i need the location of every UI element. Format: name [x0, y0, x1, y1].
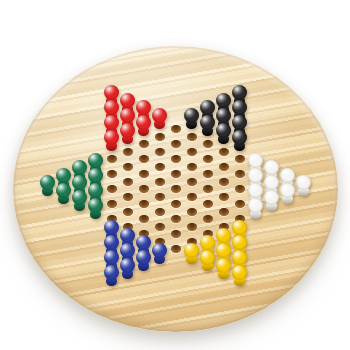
hole-icon	[171, 170, 181, 178]
board-column	[88, 86, 104, 292]
empty-hole[interactable]	[136, 167, 152, 182]
empty-hole[interactable]	[136, 212, 152, 227]
green-peg-figure	[72, 190, 87, 211]
empty-hole[interactable]	[184, 204, 200, 219]
hole-icon	[203, 185, 213, 193]
red-peg-figure	[152, 108, 167, 129]
hole-icon	[187, 163, 197, 171]
empty-hole[interactable]	[168, 212, 184, 227]
empty-hole[interactable]	[184, 144, 200, 159]
peg-head	[200, 235, 215, 250]
peg-head	[104, 130, 119, 145]
hole-icon	[203, 140, 213, 148]
empty-hole[interactable]	[184, 174, 200, 189]
empty-hole[interactable]	[152, 189, 168, 204]
empty-hole[interactable]	[136, 182, 152, 197]
hole-icon	[155, 223, 165, 231]
hole-icon	[123, 193, 133, 201]
empty-hole[interactable]	[232, 167, 248, 182]
peg-yellow[interactable]	[184, 249, 200, 264]
peg-head	[216, 93, 231, 108]
blue-peg-figure	[120, 258, 135, 279]
peg-head	[296, 175, 311, 190]
hole-icon	[203, 215, 213, 223]
peg-head	[56, 168, 71, 183]
peg-head	[184, 108, 199, 123]
peg-head	[200, 100, 215, 115]
empty-hole[interactable]	[152, 129, 168, 144]
hole-icon	[171, 230, 181, 238]
black-peg-figure	[200, 115, 215, 136]
empty-hole[interactable]	[168, 227, 184, 242]
empty-hole[interactable]	[152, 174, 168, 189]
peg-head	[280, 183, 295, 198]
hole-icon	[187, 148, 197, 156]
empty-hole[interactable]	[168, 182, 184, 197]
peg-head	[120, 258, 135, 273]
blue-peg-figure	[104, 265, 119, 286]
hole-icon	[187, 193, 197, 201]
hole-icon	[123, 178, 133, 186]
board-column	[296, 86, 312, 292]
peg-head	[88, 153, 103, 168]
peg-head	[72, 175, 87, 190]
empty-hole[interactable]	[216, 204, 232, 219]
hole-icon	[171, 245, 181, 253]
hole-icon	[219, 208, 229, 216]
white-peg-figure	[280, 183, 295, 204]
hole-icon	[107, 185, 117, 193]
empty-hole[interactable]	[232, 152, 248, 167]
peg-head	[232, 100, 247, 115]
hole-icon	[187, 178, 197, 186]
peg-black[interactable]	[184, 114, 200, 129]
peg-head	[88, 198, 103, 213]
yellow-peg-figure	[200, 250, 215, 271]
empty-hole[interactable]	[200, 212, 216, 227]
empty-hole[interactable]	[104, 182, 120, 197]
peg-red[interactable]	[152, 114, 168, 129]
peg-black[interactable]	[216, 129, 232, 144]
peg-head	[136, 250, 151, 265]
empty-hole[interactable]	[232, 197, 248, 212]
peg-green[interactable]	[72, 197, 88, 212]
empty-hole[interactable]	[104, 197, 120, 212]
hole-icon	[155, 148, 165, 156]
peg-head	[216, 108, 231, 123]
peg-head	[120, 123, 135, 138]
hole-icon	[123, 208, 133, 216]
empty-hole[interactable]	[216, 159, 232, 174]
hole-icon	[155, 208, 165, 216]
hole-icon	[171, 185, 181, 193]
empty-hole[interactable]	[120, 144, 136, 159]
peg-white[interactable]	[264, 197, 280, 212]
white-peg-figure	[296, 175, 311, 196]
peg-head	[104, 85, 119, 100]
chinese-checkers-board	[13, 46, 338, 332]
hole-icon	[219, 193, 229, 201]
peg-head	[56, 183, 71, 198]
hole-icon	[107, 170, 117, 178]
peg-yellow[interactable]	[200, 257, 216, 272]
board-column	[56, 86, 72, 292]
peg-white[interactable]	[296, 182, 312, 197]
empty-hole[interactable]	[120, 174, 136, 189]
hole-icon	[219, 163, 229, 171]
hole-icon	[203, 200, 213, 208]
board-column	[216, 86, 232, 292]
empty-hole[interactable]	[120, 189, 136, 204]
empty-hole[interactable]	[184, 219, 200, 234]
empty-hole[interactable]	[168, 152, 184, 167]
peg-head	[248, 183, 263, 198]
peg-head	[104, 235, 119, 250]
empty-hole[interactable]	[184, 159, 200, 174]
hole-icon	[171, 200, 181, 208]
peg-black[interactable]	[232, 137, 248, 152]
hole-icon	[187, 133, 197, 141]
hole-icon	[139, 155, 149, 163]
black-peg-figure	[216, 123, 231, 144]
board-column	[40, 86, 56, 292]
peg-head	[264, 160, 279, 175]
peg-white[interactable]	[280, 189, 296, 204]
board-column	[232, 86, 248, 292]
empty-hole[interactable]	[200, 182, 216, 197]
peg-head	[216, 258, 231, 273]
peg-red[interactable]	[120, 129, 136, 144]
empty-hole[interactable]	[136, 197, 152, 212]
peg-head	[216, 228, 231, 243]
red-peg-figure	[120, 123, 135, 144]
hole-icon	[139, 170, 149, 178]
empty-hole[interactable]	[216, 189, 232, 204]
empty-hole[interactable]	[232, 182, 248, 197]
hole-icon	[171, 125, 181, 133]
peg-head	[120, 243, 135, 258]
peg-blue[interactable]	[152, 249, 168, 264]
peg-head	[120, 228, 135, 243]
peg-head	[200, 115, 215, 130]
peg-head	[184, 243, 199, 258]
peg-head	[232, 130, 247, 145]
star-grid	[40, 86, 312, 292]
board-column	[184, 86, 200, 292]
peg-head	[232, 235, 247, 250]
blue-peg-figure	[152, 243, 167, 264]
peg-head	[104, 220, 119, 235]
hole-icon	[107, 200, 117, 208]
empty-hole[interactable]	[168, 167, 184, 182]
empty-hole[interactable]	[152, 204, 168, 219]
hole-icon	[155, 193, 165, 201]
hole-icon	[235, 200, 245, 208]
hole-icon	[107, 155, 117, 163]
peg-head	[88, 168, 103, 183]
empty-hole[interactable]	[216, 174, 232, 189]
black-peg-figure	[184, 108, 199, 129]
empty-hole[interactable]	[168, 137, 184, 152]
board-column	[248, 86, 264, 292]
empty-hole[interactable]	[104, 152, 120, 167]
empty-hole[interactable]	[168, 197, 184, 212]
peg-head	[120, 108, 135, 123]
peg-green[interactable]	[56, 189, 72, 204]
peg-head	[136, 100, 151, 115]
board-column	[72, 86, 88, 292]
peg-red[interactable]	[104, 137, 120, 152]
peg-yellow[interactable]	[232, 272, 248, 287]
peg-head	[264, 190, 279, 205]
empty-hole[interactable]	[168, 122, 184, 137]
hole-icon	[235, 170, 245, 178]
white-peg-figure	[264, 190, 279, 211]
red-peg-figure	[136, 115, 151, 136]
empty-hole[interactable]	[104, 167, 120, 182]
peg-head	[104, 265, 119, 280]
empty-hole[interactable]	[200, 152, 216, 167]
hole-icon	[155, 163, 165, 171]
empty-hole[interactable]	[216, 144, 232, 159]
peg-head	[248, 153, 263, 168]
peg-white[interactable]	[248, 204, 264, 219]
peg-head	[216, 123, 231, 138]
peg-red[interactable]	[136, 122, 152, 137]
green-peg-figure	[88, 198, 103, 219]
empty-hole[interactable]	[200, 137, 216, 152]
hole-icon	[235, 185, 245, 193]
hole-icon	[235, 155, 245, 163]
hole-icon	[171, 215, 181, 223]
board-column	[120, 86, 136, 292]
board-column	[168, 86, 184, 292]
black-peg-figure	[232, 130, 247, 151]
peg-head	[232, 220, 247, 235]
peg-head	[152, 108, 167, 123]
hole-icon	[203, 155, 213, 163]
hole-icon	[139, 140, 149, 148]
peg-head	[216, 243, 231, 258]
hole-icon	[187, 208, 197, 216]
hole-icon	[155, 178, 165, 186]
hole-icon	[139, 200, 149, 208]
peg-blue[interactable]	[104, 272, 120, 287]
hole-icon	[139, 215, 149, 223]
hole-icon	[219, 178, 229, 186]
board-column	[280, 86, 296, 292]
peg-head	[200, 250, 215, 265]
empty-hole[interactable]	[168, 242, 184, 257]
peg-head	[248, 198, 263, 213]
hole-icon	[171, 155, 181, 163]
peg-black[interactable]	[200, 122, 216, 137]
hole-icon	[139, 185, 149, 193]
peg-head	[72, 190, 87, 205]
hole-icon	[219, 148, 229, 156]
yellow-peg-figure	[232, 265, 247, 286]
peg-blue[interactable]	[136, 257, 152, 272]
green-peg-figure	[40, 175, 55, 196]
peg-head	[40, 175, 55, 190]
empty-hole[interactable]	[200, 167, 216, 182]
yellow-peg-figure	[184, 243, 199, 264]
hole-icon	[187, 223, 197, 231]
hole-icon	[123, 163, 133, 171]
peg-head	[104, 115, 119, 130]
peg-head	[136, 235, 151, 250]
empty-hole[interactable]	[136, 152, 152, 167]
scene	[0, 0, 350, 350]
peg-blue[interactable]	[120, 264, 136, 279]
board-column	[200, 86, 216, 292]
red-peg-figure	[104, 130, 119, 151]
empty-hole[interactable]	[184, 189, 200, 204]
empty-hole[interactable]	[152, 144, 168, 159]
peg-head	[88, 183, 103, 198]
green-peg-figure	[56, 183, 71, 204]
peg-head	[248, 168, 263, 183]
empty-hole[interactable]	[152, 219, 168, 234]
peg-head	[104, 100, 119, 115]
hole-icon	[203, 170, 213, 178]
peg-head	[104, 250, 119, 265]
yellow-peg-figure	[216, 258, 231, 279]
peg-green[interactable]	[40, 182, 56, 197]
empty-hole[interactable]	[120, 204, 136, 219]
board-column	[264, 86, 280, 292]
hole-icon	[171, 140, 181, 148]
blue-peg-figure	[136, 250, 151, 271]
hole-icon	[155, 133, 165, 141]
peg-head	[72, 160, 87, 175]
peg-green[interactable]	[88, 204, 104, 219]
empty-hole[interactable]	[136, 137, 152, 152]
empty-hole[interactable]	[184, 129, 200, 144]
empty-hole[interactable]	[200, 197, 216, 212]
board-column	[104, 86, 120, 292]
empty-hole[interactable]	[152, 159, 168, 174]
peg-head	[232, 265, 247, 280]
empty-hole[interactable]	[120, 159, 136, 174]
white-peg-figure	[248, 198, 263, 219]
peg-head	[232, 85, 247, 100]
peg-head	[232, 250, 247, 265]
peg-head	[136, 115, 151, 130]
peg-yellow[interactable]	[216, 264, 232, 279]
board-column	[152, 86, 168, 292]
peg-head	[264, 175, 279, 190]
peg-head	[120, 93, 135, 108]
peg-head	[152, 243, 167, 258]
hole-icon	[123, 148, 133, 156]
board-column	[136, 86, 152, 292]
peg-head	[232, 115, 247, 130]
peg-head	[280, 168, 295, 183]
